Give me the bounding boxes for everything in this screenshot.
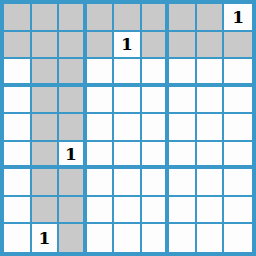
cell-r5c5[interactable]: [114, 114, 142, 142]
cell-r1c8[interactable]: [197, 4, 225, 32]
cell-r9c2[interactable]: 1: [32, 224, 60, 252]
cell-r6c1[interactable]: [4, 142, 32, 170]
cell-r9c4[interactable]: [87, 224, 115, 252]
cell-r5c2[interactable]: [32, 114, 60, 142]
cell-r1c7[interactable]: [169, 4, 197, 32]
cell-r1c4[interactable]: [87, 4, 115, 32]
cell-r2c9[interactable]: [224, 32, 252, 60]
cell-r7c4[interactable]: [87, 169, 115, 197]
cell-r8c8[interactable]: [197, 197, 225, 225]
cell-r3c8[interactable]: [197, 59, 225, 87]
cell-r5c6[interactable]: [142, 114, 170, 142]
cell-r6c6[interactable]: [142, 142, 170, 170]
cell-r2c3[interactable]: [59, 32, 87, 60]
cell-r6c5[interactable]: [114, 142, 142, 170]
cell-r2c6[interactable]: [142, 32, 170, 60]
cell-r6c2[interactable]: [32, 142, 60, 170]
cell-r2c1[interactable]: [4, 32, 32, 60]
cell-r5c9[interactable]: [224, 114, 252, 142]
cell-r5c1[interactable]: [4, 114, 32, 142]
cell-r3c4[interactable]: [87, 59, 115, 87]
cell-r5c4[interactable]: [87, 114, 115, 142]
cell-r7c9[interactable]: [224, 169, 252, 197]
cell-r8c1[interactable]: [4, 197, 32, 225]
cell-r1c9[interactable]: 1: [224, 4, 252, 32]
cell-r3c5[interactable]: [114, 59, 142, 87]
cell-r4c1[interactable]: [4, 87, 32, 115]
cell-r3c3[interactable]: [59, 59, 87, 87]
cell-r4c8[interactable]: [197, 87, 225, 115]
cell-r9c8[interactable]: [197, 224, 225, 252]
cell-r2c4[interactable]: [87, 32, 115, 60]
cell-r8c6[interactable]: [142, 197, 170, 225]
cell-r9c5[interactable]: [114, 224, 142, 252]
cell-r4c4[interactable]: [87, 87, 115, 115]
cell-r2c7[interactable]: [169, 32, 197, 60]
cell-r9c9[interactable]: [224, 224, 252, 252]
cell-r1c3[interactable]: [59, 4, 87, 32]
cell-r8c5[interactable]: [114, 197, 142, 225]
cell-r2c2[interactable]: [32, 32, 60, 60]
cell-r6c9[interactable]: [224, 142, 252, 170]
cell-r3c9[interactable]: [224, 59, 252, 87]
cell-r7c6[interactable]: [142, 169, 170, 197]
cell-r6c4[interactable]: [87, 142, 115, 170]
cell-r4c7[interactable]: [169, 87, 197, 115]
cell-r3c2[interactable]: [32, 59, 60, 87]
cell-r5c3[interactable]: [59, 114, 87, 142]
sudoku-board: 1111: [0, 0, 256, 256]
cell-r7c2[interactable]: [32, 169, 60, 197]
cell-r2c5[interactable]: 1: [114, 32, 142, 60]
cell-r3c7[interactable]: [169, 59, 197, 87]
cell-r4c3[interactable]: [59, 87, 87, 115]
cell-r3c1[interactable]: [4, 59, 32, 87]
cell-r8c9[interactable]: [224, 197, 252, 225]
cell-r9c6[interactable]: [142, 224, 170, 252]
cell-r7c5[interactable]: [114, 169, 142, 197]
cell-r2c8[interactable]: [197, 32, 225, 60]
cell-r8c7[interactable]: [169, 197, 197, 225]
cell-r1c2[interactable]: [32, 4, 60, 32]
cell-r1c1[interactable]: [4, 4, 32, 32]
cell-r4c6[interactable]: [142, 87, 170, 115]
cell-r7c8[interactable]: [197, 169, 225, 197]
cell-r7c1[interactable]: [4, 169, 32, 197]
cell-r3c6[interactable]: [142, 59, 170, 87]
cell-r8c4[interactable]: [87, 197, 115, 225]
cell-r7c3[interactable]: [59, 169, 87, 197]
cell-r6c7[interactable]: [169, 142, 197, 170]
cell-r4c2[interactable]: [32, 87, 60, 115]
cell-r9c1[interactable]: [4, 224, 32, 252]
cell-r7c7[interactable]: [169, 169, 197, 197]
cell-r5c8[interactable]: [197, 114, 225, 142]
cell-r8c2[interactable]: [32, 197, 60, 225]
cell-r4c9[interactable]: [224, 87, 252, 115]
cell-r6c3[interactable]: 1: [59, 142, 87, 170]
cell-r9c3[interactable]: [59, 224, 87, 252]
cell-r5c7[interactable]: [169, 114, 197, 142]
cell-r1c6[interactable]: [142, 4, 170, 32]
cell-r4c5[interactable]: [114, 87, 142, 115]
cell-r9c7[interactable]: [169, 224, 197, 252]
cell-r1c5[interactable]: [114, 4, 142, 32]
cell-r8c3[interactable]: [59, 197, 87, 225]
cell-r6c8[interactable]: [197, 142, 225, 170]
